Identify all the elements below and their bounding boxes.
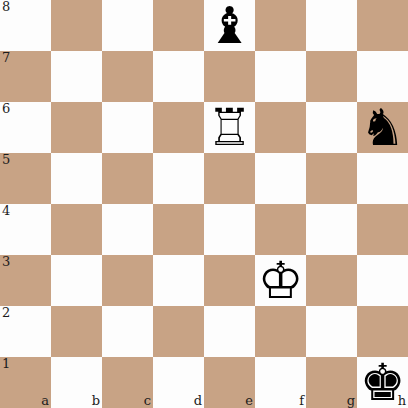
rank-label-2: 2 bbox=[2, 306, 10, 320]
square-h4[interactable] bbox=[357, 204, 408, 255]
square-d3[interactable] bbox=[153, 255, 204, 306]
square-b1[interactable]: b bbox=[51, 357, 102, 408]
square-f6[interactable] bbox=[255, 102, 306, 153]
square-f8[interactable] bbox=[255, 0, 306, 51]
square-d4[interactable] bbox=[153, 204, 204, 255]
square-d8[interactable] bbox=[153, 0, 204, 51]
piece-white-rook[interactable]: ♖ bbox=[204, 102, 255, 153]
square-b8[interactable] bbox=[51, 0, 102, 51]
rank-label-1: 1 bbox=[2, 357, 10, 371]
square-b7[interactable] bbox=[51, 51, 102, 102]
square-h7[interactable] bbox=[357, 51, 408, 102]
square-a3[interactable]: 3 bbox=[0, 255, 51, 306]
square-f7[interactable] bbox=[255, 51, 306, 102]
square-e7[interactable] bbox=[204, 51, 255, 102]
file-label-b: b bbox=[92, 394, 100, 408]
square-h1[interactable]: h♚ bbox=[357, 357, 408, 408]
square-b4[interactable] bbox=[51, 204, 102, 255]
square-d7[interactable] bbox=[153, 51, 204, 102]
square-b6[interactable] bbox=[51, 102, 102, 153]
square-h8[interactable] bbox=[357, 0, 408, 51]
square-a2[interactable]: 2 bbox=[0, 306, 51, 357]
square-h3[interactable] bbox=[357, 255, 408, 306]
square-d1[interactable]: d bbox=[153, 357, 204, 408]
file-label-g: g bbox=[347, 394, 355, 408]
square-e1[interactable]: e bbox=[204, 357, 255, 408]
rank-label-5: 5 bbox=[2, 153, 10, 167]
square-e5[interactable] bbox=[204, 153, 255, 204]
piece-black-knight[interactable]: ♞ bbox=[357, 102, 408, 153]
square-d5[interactable] bbox=[153, 153, 204, 204]
file-label-f: f bbox=[299, 394, 304, 408]
file-label-e: e bbox=[245, 394, 253, 408]
rank-label-6: 6 bbox=[2, 102, 10, 116]
square-a8[interactable]: 8 bbox=[0, 0, 51, 51]
rank-label-4: 4 bbox=[2, 204, 10, 218]
square-h6[interactable]: ♞ bbox=[357, 102, 408, 153]
square-f3[interactable]: ♔ bbox=[255, 255, 306, 306]
square-c7[interactable] bbox=[102, 51, 153, 102]
square-a6[interactable]: 6 bbox=[0, 102, 51, 153]
square-e2[interactable] bbox=[204, 306, 255, 357]
square-g1[interactable]: g bbox=[306, 357, 357, 408]
square-c2[interactable] bbox=[102, 306, 153, 357]
square-f2[interactable] bbox=[255, 306, 306, 357]
square-f5[interactable] bbox=[255, 153, 306, 204]
square-g3[interactable] bbox=[306, 255, 357, 306]
square-b2[interactable] bbox=[51, 306, 102, 357]
chess-board: 8♝76♖♞543♔21abcdefgh♚ bbox=[0, 0, 408, 408]
square-d6[interactable] bbox=[153, 102, 204, 153]
square-e3[interactable] bbox=[204, 255, 255, 306]
square-c5[interactable] bbox=[102, 153, 153, 204]
square-c4[interactable] bbox=[102, 204, 153, 255]
square-g2[interactable] bbox=[306, 306, 357, 357]
square-g4[interactable] bbox=[306, 204, 357, 255]
piece-white-king[interactable]: ♔ bbox=[255, 255, 306, 306]
square-b5[interactable] bbox=[51, 153, 102, 204]
square-e4[interactable] bbox=[204, 204, 255, 255]
square-h5[interactable] bbox=[357, 153, 408, 204]
square-c3[interactable] bbox=[102, 255, 153, 306]
square-a5[interactable]: 5 bbox=[0, 153, 51, 204]
square-c8[interactable] bbox=[102, 0, 153, 51]
square-e8[interactable]: ♝ bbox=[204, 0, 255, 51]
file-label-a: a bbox=[41, 394, 49, 408]
piece-black-king[interactable]: ♚ bbox=[357, 357, 408, 408]
square-g8[interactable] bbox=[306, 0, 357, 51]
file-label-c: c bbox=[144, 394, 151, 408]
square-h2[interactable] bbox=[357, 306, 408, 357]
square-d2[interactable] bbox=[153, 306, 204, 357]
square-f4[interactable] bbox=[255, 204, 306, 255]
square-b3[interactable] bbox=[51, 255, 102, 306]
file-label-d: d bbox=[194, 394, 202, 408]
square-g5[interactable] bbox=[306, 153, 357, 204]
rank-label-3: 3 bbox=[2, 255, 10, 269]
square-a4[interactable]: 4 bbox=[0, 204, 51, 255]
piece-black-bishop[interactable]: ♝ bbox=[204, 0, 255, 51]
square-g6[interactable] bbox=[306, 102, 357, 153]
rank-label-8: 8 bbox=[2, 0, 10, 14]
square-c6[interactable] bbox=[102, 102, 153, 153]
rank-label-7: 7 bbox=[2, 51, 10, 65]
square-a7[interactable]: 7 bbox=[0, 51, 51, 102]
square-c1[interactable]: c bbox=[102, 357, 153, 408]
square-a1[interactable]: 1a bbox=[0, 357, 51, 408]
square-g7[interactable] bbox=[306, 51, 357, 102]
square-e6[interactable]: ♖ bbox=[204, 102, 255, 153]
square-f1[interactable]: f bbox=[255, 357, 306, 408]
